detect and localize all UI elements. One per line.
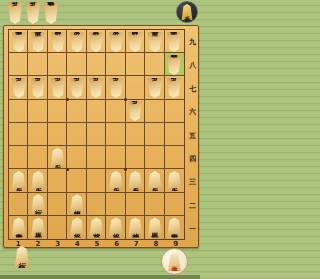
board-square[interactable] (67, 100, 86, 123)
board-square[interactable] (126, 76, 145, 99)
board-square[interactable] (145, 53, 164, 76)
piece-kanji: 銀将 (132, 41, 140, 43)
shogi-piece[interactable]: 香車 (166, 32, 182, 52)
piece-kanji: 銀将 (54, 41, 62, 43)
piece-kanji: 香車 (171, 226, 179, 228)
file-label: 5 (95, 240, 100, 248)
shogi-piece[interactable]: 金将 (108, 32, 124, 52)
rank-label: 七 (189, 84, 196, 94)
piece-kanji: 歩兵 (151, 87, 159, 89)
shogi-piece[interactable]: 歩兵 (88, 78, 104, 98)
board-square[interactable] (106, 193, 125, 216)
gote-piece-icon: 後手 (168, 252, 182, 271)
board-square[interactable] (106, 53, 125, 76)
piece-kanji: 角行 (34, 203, 42, 205)
board-square[interactable] (48, 193, 67, 216)
board-square[interactable] (9, 100, 28, 123)
piece-kanji: 金将 (73, 226, 81, 228)
shogi-piece[interactable]: 桂馬 (30, 32, 46, 52)
board-square[interactable] (48, 100, 67, 123)
board-square[interactable] (28, 123, 47, 146)
board-square[interactable] (126, 146, 145, 169)
board-square[interactable] (67, 53, 86, 76)
board-square[interactable] (87, 169, 106, 192)
shogi-piece[interactable]: 歩兵 (25, 2, 41, 24)
shogi-piece[interactable]: 歩兵 (7, 2, 23, 24)
piece-kanji: 角行 (18, 256, 26, 258)
board-square[interactable] (67, 123, 86, 146)
piece-kanji: 銀将 (132, 226, 140, 228)
shogi-piece[interactable]: 歩兵 (147, 171, 163, 191)
piece-kanji: 歩兵 (34, 87, 42, 89)
bottom-player-badge: 後手 (161, 248, 188, 275)
piece-kanji: 金将 (73, 41, 81, 43)
shogi-piece[interactable]: 香車 (166, 217, 182, 237)
file-label: 6 (114, 240, 119, 248)
board-square[interactable] (165, 100, 184, 123)
rank-label: 三 (189, 177, 196, 187)
tatami-bottom-edge (0, 275, 200, 279)
shogi-piece[interactable]: 歩兵 (108, 78, 124, 98)
piece-kanji: 歩兵 (54, 157, 62, 159)
rank-label: 四 (189, 154, 196, 164)
piece-kanji: 飛車 (47, 12, 55, 14)
piece-kanji: 香車 (15, 226, 23, 228)
piece-kanji: 歩兵 (112, 180, 120, 182)
piece-kanji: 歩兵 (15, 180, 23, 182)
piece-kanji: 歩兵 (171, 180, 179, 182)
shogi-piece[interactable]: 金将 (69, 217, 85, 237)
board-square[interactable] (48, 169, 67, 192)
file-label: 4 (75, 240, 80, 248)
board-square[interactable] (106, 146, 125, 169)
shogi-piece[interactable]: 歩兵 (69, 78, 85, 98)
board-square[interactable] (67, 146, 86, 169)
rank-label: 八 (189, 60, 196, 70)
shogi-piece[interactable]: 歩兵 (147, 78, 163, 98)
file-label: 1 (16, 240, 21, 248)
shogi-piece[interactable]: 銀将 (127, 32, 143, 52)
top-player-badge: 先手 (176, 1, 198, 23)
board-square[interactable] (87, 146, 106, 169)
piece-kanji: 玉将 (93, 41, 101, 43)
board-square[interactable] (67, 169, 86, 192)
board-square[interactable] (165, 193, 184, 216)
board-square[interactable] (126, 193, 145, 216)
file-label: 7 (134, 240, 139, 248)
board-square[interactable] (28, 100, 47, 123)
board-square[interactable] (126, 53, 145, 76)
piece-kanji: 歩兵 (29, 12, 37, 14)
board-square[interactable] (126, 123, 145, 146)
board-square[interactable] (9, 123, 28, 146)
board-square[interactable] (28, 146, 47, 169)
shogi-piece[interactable]: 桂馬 (147, 217, 163, 237)
shogi-piece[interactable]: 歩兵 (127, 101, 143, 121)
piece-kanji: 歩兵 (54, 87, 62, 89)
board-square[interactable] (145, 100, 164, 123)
board-square[interactable] (106, 123, 125, 146)
piece-kanji: 桂馬 (34, 41, 42, 43)
file-label: 8 (154, 240, 159, 248)
shogi-piece[interactable]: 歩兵 (108, 171, 124, 191)
piece-kanji: 歩兵 (112, 87, 120, 89)
board-square[interactable] (87, 100, 106, 123)
board-grid: 香車桂馬銀将金将玉将金将銀将桂馬香車飛車歩兵歩兵歩兵歩兵歩兵歩兵歩兵歩兵歩兵歩兵… (8, 29, 185, 240)
shogi-piece[interactable]: 飛車 (166, 55, 182, 75)
board-square[interactable] (87, 123, 106, 146)
shogi-piece[interactable]: 歩兵 (30, 171, 46, 191)
shogi-piece[interactable]: 歩兵 (50, 78, 66, 98)
board-square[interactable] (165, 123, 184, 146)
sente-piece-icon: 先手 (181, 4, 193, 20)
board-square[interactable] (145, 123, 164, 146)
shogi-piece[interactable]: 歩兵 (127, 171, 143, 191)
shogi-piece[interactable]: 飛車 (43, 2, 59, 24)
rank-label: 二 (189, 201, 196, 211)
shogi-app: { "game": "shogi", "position": { "sfen":… (0, 0, 200, 279)
file-label: 2 (36, 240, 41, 248)
shogi-piece[interactable]: 歩兵 (166, 78, 182, 98)
piece-kanji: 歩兵 (15, 87, 23, 89)
shogi-piece[interactable]: 金将 (69, 32, 85, 52)
rank-label: 一 (189, 224, 196, 234)
captured-pieces-top-tray[interactable]: 歩兵歩兵飛車 (7, 2, 59, 24)
rank-label: 六 (189, 107, 196, 117)
shogi-piece[interactable]: 香車 (11, 217, 27, 237)
shogi-piece[interactable]: 歩兵 (11, 78, 27, 98)
shogi-piece[interactable]: 王将 (88, 217, 104, 237)
shogi-piece[interactable]: 歩兵 (11, 171, 27, 191)
piece-kanji: 桂馬 (151, 41, 159, 43)
rank-label: 五 (189, 131, 196, 141)
piece-kanji: 歩兵 (93, 87, 101, 89)
piece-kanji: 王将 (93, 226, 101, 228)
board-square[interactable] (28, 53, 47, 76)
board-square[interactable] (48, 53, 67, 76)
board-square[interactable] (87, 53, 106, 76)
piece-kanji: 桂馬 (34, 226, 42, 228)
piece-kanji: 桂馬 (151, 226, 159, 228)
piece-kanji: 香車 (171, 41, 179, 43)
shogi-piece[interactable]: 玉将 (88, 32, 104, 52)
shogi-piece[interactable]: 歩兵 (166, 171, 182, 191)
board-square[interactable] (9, 53, 28, 76)
shogi-piece[interactable]: 角行 (30, 194, 46, 214)
piece-kanji: 銀将 (73, 203, 81, 205)
board-square[interactable] (165, 146, 184, 169)
piece-kanji: 歩兵 (151, 180, 159, 182)
piece-kanji: 歩兵 (73, 87, 81, 89)
shogi-board: 香車桂馬銀将金将玉将金将銀将桂馬香車飛車歩兵歩兵歩兵歩兵歩兵歩兵歩兵歩兵歩兵歩兵… (3, 25, 199, 248)
shogi-piece[interactable]: 銀将 (50, 32, 66, 52)
shogi-piece[interactable]: 桂馬 (147, 32, 163, 52)
shogi-piece[interactable]: 角行 (14, 246, 30, 268)
piece-kanji: 歩兵 (171, 87, 179, 89)
shogi-piece[interactable]: 銀将 (69, 194, 85, 214)
piece-kanji: 歩兵 (132, 180, 140, 182)
rank-label: 九 (189, 37, 196, 47)
board-square[interactable] (145, 146, 164, 169)
file-label: 9 (173, 240, 178, 248)
piece-kanji: 歩兵 (132, 110, 140, 112)
piece-kanji: 歩兵 (34, 180, 42, 182)
piece-kanji: 飛車 (171, 64, 179, 66)
board-square[interactable] (106, 100, 125, 123)
shogi-piece[interactable]: 歩兵 (30, 78, 46, 98)
piece-kanji: 香車 (15, 41, 23, 43)
board-square[interactable] (145, 193, 164, 216)
board-square[interactable] (87, 193, 106, 216)
shogi-piece[interactable]: 金将 (108, 217, 124, 237)
shogi-piece[interactable]: 桂馬 (30, 217, 46, 237)
file-label: 3 (55, 240, 60, 248)
board-square[interactable] (9, 146, 28, 169)
shogi-piece[interactable]: 香車 (11, 32, 27, 52)
board-square[interactable] (48, 216, 67, 239)
piece-kanji: 歩兵 (11, 12, 19, 14)
shogi-piece[interactable]: 歩兵 (50, 148, 66, 168)
board-square[interactable] (9, 193, 28, 216)
shogi-piece[interactable]: 銀将 (127, 217, 143, 237)
piece-kanji: 金将 (112, 226, 120, 228)
captured-pieces-bottom-tray[interactable]: 角行 (14, 246, 30, 268)
board-square[interactable] (48, 123, 67, 146)
piece-kanji: 金将 (112, 41, 120, 43)
